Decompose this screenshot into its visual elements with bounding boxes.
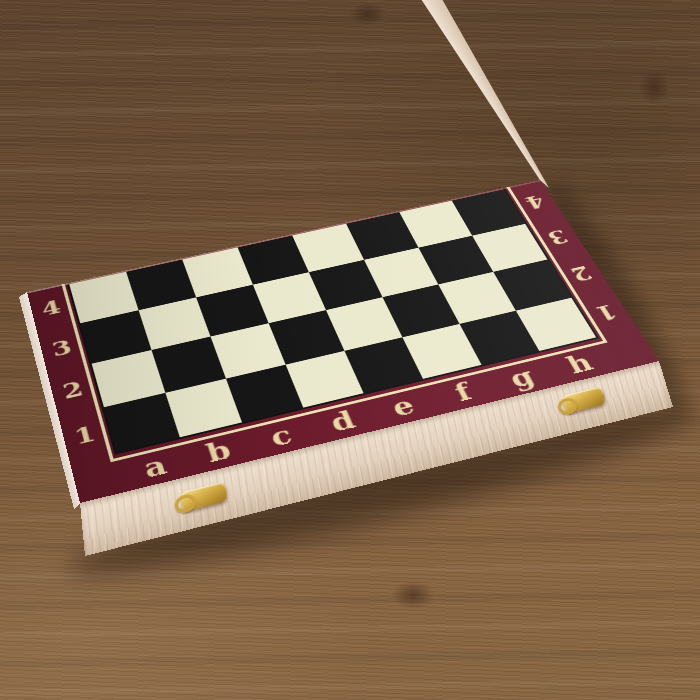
clasp-hook-icon <box>556 396 579 416</box>
clasp-latch-icon <box>180 482 228 512</box>
scene: abcdefgh44332211 <box>0 0 700 700</box>
clasp-latch-icon <box>562 386 607 413</box>
clasp-hook-icon <box>174 492 198 515</box>
